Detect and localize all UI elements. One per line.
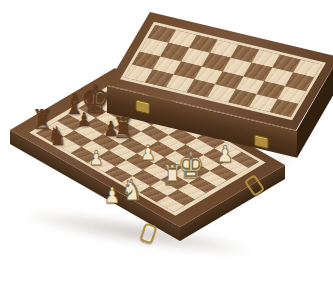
brass-latch-right <box>254 134 268 149</box>
brass-latch-left <box>136 99 150 114</box>
product-photo-scene: ♜♞♝♟♚♟♜♟♟♜♚♟♞♟ <box>0 0 333 285</box>
